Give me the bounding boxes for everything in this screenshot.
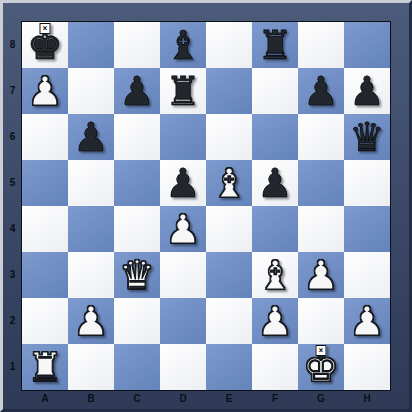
file-coordinates: ABCDEFGH [22, 390, 390, 409]
square-f1[interactable] [252, 344, 298, 390]
square-d4[interactable]: ♟ [160, 206, 206, 252]
square-d8[interactable]: ♝ [160, 22, 206, 68]
black-pawn-d5: ♟ [165, 160, 201, 206]
square-e7[interactable] [206, 68, 252, 114]
square-a6[interactable] [22, 114, 68, 160]
white-pawn-h2: ♟ [349, 298, 385, 344]
square-e2[interactable] [206, 298, 252, 344]
square-d7[interactable]: ♜ [160, 68, 206, 114]
square-a1[interactable]: ♜ [22, 344, 68, 390]
square-c6[interactable] [114, 114, 160, 160]
square-h5[interactable] [344, 160, 390, 206]
square-c1[interactable] [114, 344, 160, 390]
rank-label-7: 7 [3, 68, 22, 114]
square-h2[interactable]: ♟ [344, 298, 390, 344]
square-e3[interactable] [206, 252, 252, 298]
black-pawn-b6: ♟ [73, 114, 109, 160]
square-c5[interactable] [114, 160, 160, 206]
black-bishop-d8: ♝ [165, 22, 201, 68]
square-c2[interactable] [114, 298, 160, 344]
white-pawn-g3: ♟ [303, 252, 339, 298]
square-e1[interactable] [206, 344, 252, 390]
black-king-a8: ♚× [27, 22, 63, 68]
square-c7[interactable]: ♟ [114, 68, 160, 114]
square-d2[interactable] [160, 298, 206, 344]
white-queen-c3: ♛ [119, 252, 155, 298]
square-f3[interactable]: ♝ [252, 252, 298, 298]
square-c8[interactable] [114, 22, 160, 68]
square-f4[interactable] [252, 206, 298, 252]
white-pawn-b2: ♟ [73, 298, 109, 344]
file-label-b: B [68, 390, 114, 409]
square-c3[interactable]: ♛ [114, 252, 160, 298]
square-b1[interactable] [68, 344, 114, 390]
square-g1[interactable]: ♚× [298, 344, 344, 390]
square-h7[interactable]: ♟ [344, 68, 390, 114]
square-b3[interactable] [68, 252, 114, 298]
black-rook-d7: ♜ [165, 68, 201, 114]
square-a5[interactable] [22, 160, 68, 206]
square-b2[interactable]: ♟ [68, 298, 114, 344]
square-d3[interactable] [160, 252, 206, 298]
square-f5[interactable]: ♟ [252, 160, 298, 206]
king-cross-mark: × [315, 345, 326, 356]
square-e8[interactable] [206, 22, 252, 68]
square-b6[interactable]: ♟ [68, 114, 114, 160]
rank-label-3: 3 [3, 252, 22, 298]
square-b4[interactable] [68, 206, 114, 252]
file-label-c: C [114, 390, 160, 409]
square-f2[interactable]: ♟ [252, 298, 298, 344]
white-rook-a1: ♜ [27, 344, 63, 390]
white-pawn-a7: ♟ [27, 68, 63, 114]
square-h4[interactable] [344, 206, 390, 252]
black-queen-h6: ♛ [349, 114, 385, 160]
file-label-d: D [160, 390, 206, 409]
square-f7[interactable] [252, 68, 298, 114]
white-pawn-f2: ♟ [257, 298, 293, 344]
square-b7[interactable] [68, 68, 114, 114]
white-bishop-f3: ♝ [257, 252, 293, 298]
square-g4[interactable] [298, 206, 344, 252]
square-e6[interactable] [206, 114, 252, 160]
rank-label-8: 8 [3, 22, 22, 68]
square-h8[interactable] [344, 22, 390, 68]
black-pawn-g7: ♟ [303, 68, 339, 114]
square-e5[interactable]: ♝ [206, 160, 252, 206]
file-label-f: F [252, 390, 298, 409]
square-f6[interactable] [252, 114, 298, 160]
square-a8[interactable]: ♚× [22, 22, 68, 68]
black-pawn-h7: ♟ [349, 68, 385, 114]
square-h3[interactable] [344, 252, 390, 298]
black-rook-f8: ♜ [257, 22, 293, 68]
square-h1[interactable] [344, 344, 390, 390]
file-label-e: E [206, 390, 252, 409]
black-pawn-f5: ♟ [257, 160, 293, 206]
black-pawn-c7: ♟ [119, 68, 155, 114]
square-b8[interactable] [68, 22, 114, 68]
square-g8[interactable] [298, 22, 344, 68]
file-label-g: G [298, 390, 344, 409]
square-g3[interactable]: ♟ [298, 252, 344, 298]
board: ♚×♝♜♟♟♜♟♟♟♛♟♝♟♟♛♝♟♟♟♟♜♚× [22, 22, 390, 390]
file-label-a: A [22, 390, 68, 409]
square-a4[interactable] [22, 206, 68, 252]
rank-label-6: 6 [3, 114, 22, 160]
square-a7[interactable]: ♟ [22, 68, 68, 114]
rank-label-1: 1 [3, 344, 22, 390]
white-bishop-e5: ♝ [211, 160, 247, 206]
rank-coordinates: 87654321 [3, 22, 22, 390]
square-d1[interactable] [160, 344, 206, 390]
square-f8[interactable]: ♜ [252, 22, 298, 68]
rank-label-5: 5 [3, 160, 22, 206]
rank-label-4: 4 [3, 206, 22, 252]
white-pawn-d4: ♟ [165, 206, 201, 252]
white-king-g1: ♚× [303, 344, 339, 390]
king-cross-mark: × [39, 23, 50, 34]
square-g6[interactable] [298, 114, 344, 160]
square-h6[interactable]: ♛ [344, 114, 390, 160]
rank-label-2: 2 [3, 298, 22, 344]
square-g5[interactable] [298, 160, 344, 206]
square-a3[interactable] [22, 252, 68, 298]
file-label-h: H [344, 390, 390, 409]
square-g2[interactable] [298, 298, 344, 344]
square-c4[interactable] [114, 206, 160, 252]
square-a2[interactable] [22, 298, 68, 344]
square-d6[interactable] [160, 114, 206, 160]
chessboard-frame: ♚×♝♜♟♟♜♟♟♟♛♟♝♟♟♛♝♟♟♟♟♜♚× 87654321 ABCDEF… [0, 0, 412, 412]
square-d5[interactable]: ♟ [160, 160, 206, 206]
square-b5[interactable] [68, 160, 114, 206]
square-g7[interactable]: ♟ [298, 68, 344, 114]
square-e4[interactable] [206, 206, 252, 252]
